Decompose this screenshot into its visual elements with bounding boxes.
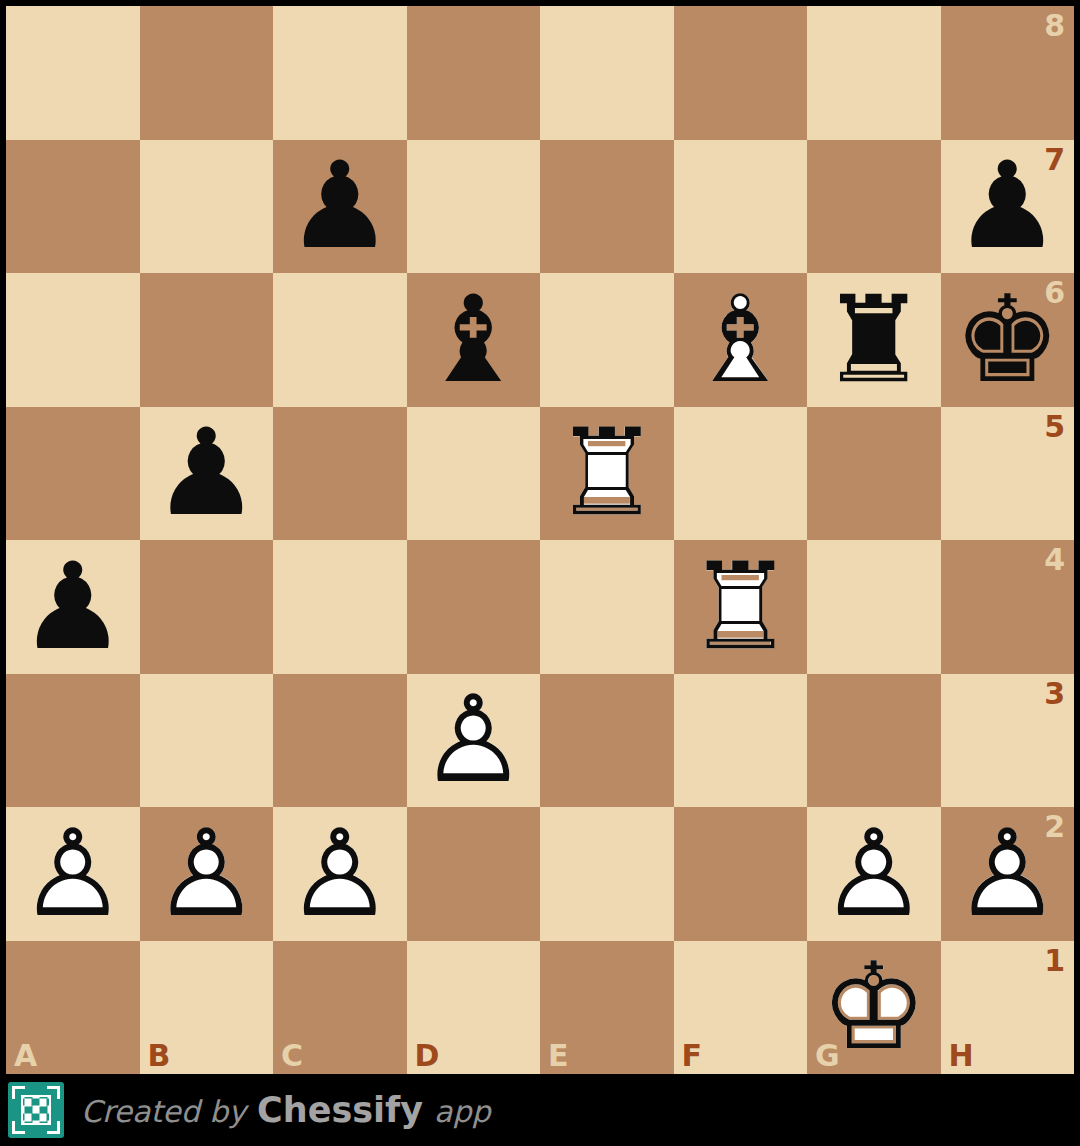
square-a7[interactable] bbox=[6, 140, 140, 274]
footer-created-by: Created by bbox=[81, 1094, 246, 1129]
square-a1[interactable]: A bbox=[6, 941, 140, 1075]
square-a4[interactable]: ♟ bbox=[6, 540, 140, 674]
chessify-board-icon bbox=[8, 1082, 64, 1138]
square-f8[interactable] bbox=[674, 6, 808, 140]
square-g7[interactable] bbox=[807, 140, 941, 274]
square-g3[interactable] bbox=[807, 674, 941, 808]
square-a5[interactable] bbox=[6, 407, 140, 541]
square-c1[interactable]: C bbox=[273, 941, 407, 1075]
rank-label-3: 3 bbox=[1044, 679, 1065, 709]
square-b4[interactable] bbox=[140, 540, 274, 674]
square-e6[interactable] bbox=[540, 273, 674, 407]
white-rook: ♜♖ bbox=[674, 540, 808, 674]
square-c7[interactable]: ♟ bbox=[273, 140, 407, 274]
square-f5[interactable] bbox=[674, 407, 808, 541]
white-pawn: ♟♙ bbox=[407, 674, 541, 808]
square-g2[interactable]: ♟♙ bbox=[807, 807, 941, 941]
square-c3[interactable] bbox=[273, 674, 407, 808]
file-label-a: A bbox=[14, 1041, 37, 1071]
square-a8[interactable] bbox=[6, 6, 140, 140]
square-e7[interactable] bbox=[540, 140, 674, 274]
square-h1[interactable]: 1H bbox=[941, 941, 1075, 1075]
square-f3[interactable] bbox=[674, 674, 808, 808]
square-g8[interactable] bbox=[807, 6, 941, 140]
black-king: ♚ bbox=[941, 273, 1075, 407]
square-f2[interactable] bbox=[674, 807, 808, 941]
square-e4[interactable] bbox=[540, 540, 674, 674]
white-pawn: ♟♙ bbox=[6, 807, 140, 941]
square-b3[interactable] bbox=[140, 674, 274, 808]
rank-label-5: 5 bbox=[1044, 412, 1065, 442]
white-pawn: ♟♙ bbox=[273, 807, 407, 941]
square-c5[interactable] bbox=[273, 407, 407, 541]
black-pawn: ♟ bbox=[140, 407, 274, 541]
black-pawn: ♟ bbox=[6, 540, 140, 674]
file-label-h: H bbox=[949, 1041, 974, 1071]
footer-brand: Chessify bbox=[257, 1090, 423, 1130]
square-f1[interactable]: F bbox=[674, 941, 808, 1075]
square-d1[interactable]: D bbox=[407, 941, 541, 1075]
board-frame: 8♟7♟♝♝♗♜6♚♟♜♖5♟♜♖4♟♙3♟♙♟♙♟♙♟♙2♟♙ABCDEFG♚… bbox=[0, 0, 1080, 1074]
square-b5[interactable]: ♟ bbox=[140, 407, 274, 541]
file-label-f: F bbox=[682, 1041, 703, 1071]
black-rook: ♜ bbox=[807, 273, 941, 407]
square-h4[interactable]: 4 bbox=[941, 540, 1075, 674]
square-g4[interactable] bbox=[807, 540, 941, 674]
white-pawn: ♟♙ bbox=[140, 807, 274, 941]
chess-board: 8♟7♟♝♝♗♜6♚♟♜♖5♟♜♖4♟♙3♟♙♟♙♟♙♟♙2♟♙ABCDEFG♚… bbox=[6, 6, 1074, 1074]
white-rook: ♜♖ bbox=[540, 407, 674, 541]
square-a6[interactable] bbox=[6, 273, 140, 407]
square-h8[interactable]: 8 bbox=[941, 6, 1075, 140]
file-label-d: D bbox=[415, 1041, 440, 1071]
black-pawn: ♟ bbox=[273, 140, 407, 274]
square-e5[interactable]: ♜♖ bbox=[540, 407, 674, 541]
square-b6[interactable] bbox=[140, 273, 274, 407]
white-bishop: ♝♗ bbox=[674, 273, 808, 407]
rank-label-8: 8 bbox=[1044, 11, 1065, 41]
square-h6[interactable]: 6♚ bbox=[941, 273, 1075, 407]
file-label-c: C bbox=[281, 1041, 303, 1071]
black-bishop: ♝ bbox=[407, 273, 541, 407]
square-g6[interactable]: ♜ bbox=[807, 273, 941, 407]
square-h3[interactable]: 3 bbox=[941, 674, 1075, 808]
square-c6[interactable] bbox=[273, 273, 407, 407]
square-d2[interactable] bbox=[407, 807, 541, 941]
white-king: ♚♔ bbox=[807, 941, 941, 1075]
square-e2[interactable] bbox=[540, 807, 674, 941]
footer-credit: Created by Chessify app bbox=[81, 1090, 491, 1130]
file-label-e: E bbox=[548, 1041, 569, 1071]
square-h5[interactable]: 5 bbox=[941, 407, 1075, 541]
square-h7[interactable]: 7♟ bbox=[941, 140, 1075, 274]
rank-label-4: 4 bbox=[1044, 545, 1065, 575]
square-d4[interactable] bbox=[407, 540, 541, 674]
mini-chessboard-icon bbox=[21, 1095, 51, 1125]
square-g1[interactable]: G♚♔ bbox=[807, 941, 941, 1075]
square-f7[interactable] bbox=[674, 140, 808, 274]
file-label-b: B bbox=[148, 1041, 171, 1071]
square-b2[interactable]: ♟♙ bbox=[140, 807, 274, 941]
rank-label-1: 1 bbox=[1044, 946, 1065, 976]
square-c4[interactable] bbox=[273, 540, 407, 674]
square-b7[interactable] bbox=[140, 140, 274, 274]
footer: Created by Chessify app bbox=[0, 1074, 1080, 1146]
footer-app: app bbox=[434, 1094, 490, 1129]
square-d3[interactable]: ♟♙ bbox=[407, 674, 541, 808]
square-e3[interactable] bbox=[540, 674, 674, 808]
square-d7[interactable] bbox=[407, 140, 541, 274]
black-pawn: ♟ bbox=[941, 140, 1075, 274]
square-b1[interactable]: B bbox=[140, 941, 274, 1075]
square-a2[interactable]: ♟♙ bbox=[6, 807, 140, 941]
white-pawn: ♟♙ bbox=[807, 807, 941, 941]
square-d8[interactable] bbox=[407, 6, 541, 140]
square-c8[interactable] bbox=[273, 6, 407, 140]
square-h2[interactable]: 2♟♙ bbox=[941, 807, 1075, 941]
square-f4[interactable]: ♜♖ bbox=[674, 540, 808, 674]
square-c2[interactable]: ♟♙ bbox=[273, 807, 407, 941]
square-e1[interactable]: E bbox=[540, 941, 674, 1075]
square-b8[interactable] bbox=[140, 6, 274, 140]
square-d5[interactable] bbox=[407, 407, 541, 541]
white-pawn: ♟♙ bbox=[941, 807, 1075, 941]
square-e8[interactable] bbox=[540, 6, 674, 140]
square-g5[interactable] bbox=[807, 407, 941, 541]
square-a3[interactable] bbox=[6, 674, 140, 808]
square-d6[interactable]: ♝ bbox=[407, 273, 541, 407]
square-f6[interactable]: ♝♗ bbox=[674, 273, 808, 407]
